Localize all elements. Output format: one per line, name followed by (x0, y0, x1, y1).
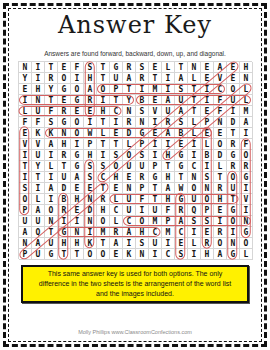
answer-key-page: Answer Key Answers are found forward, ba… (0, 0, 270, 350)
grid-cell: U (123, 194, 136, 205)
grid-cell: M (97, 227, 110, 238)
grid-cell: L (240, 249, 253, 260)
grid-cell: C (123, 216, 136, 227)
grid-cell: P (136, 183, 149, 194)
grid-cell: S (136, 150, 149, 161)
grid-cell: G (240, 172, 253, 183)
grid-cell: R (84, 95, 97, 106)
grid-cell: P (201, 205, 214, 216)
grid-cell: O (214, 139, 227, 150)
grid-cell: I (71, 216, 84, 227)
grid-cell: S (84, 172, 97, 183)
grid-cell: R (214, 227, 227, 238)
grid-cell: O (71, 84, 84, 95)
grid-cell: K (45, 128, 58, 139)
grid-cell: M (162, 227, 175, 238)
grid-cell: I (240, 183, 253, 194)
grid-cell: I (162, 238, 175, 249)
grid-cell: I (19, 95, 32, 106)
grid-cell: N (214, 117, 227, 128)
grid-cell: F (45, 106, 58, 117)
grid-cell: B (58, 194, 71, 205)
grid-cell: G (175, 150, 188, 161)
grid-cell: M (240, 106, 253, 117)
grid-cell: O (84, 249, 97, 260)
grid-cell: L (162, 62, 175, 73)
grid-cell: I (149, 150, 162, 161)
grid-cell: T (45, 62, 58, 73)
grid-cell: P (149, 161, 162, 172)
page-title: Answer Key (0, 11, 270, 39)
grid-cell: N (84, 216, 97, 227)
grid-cell: U (32, 216, 45, 227)
grid-cell: S (136, 238, 149, 249)
grid-cell: Y (19, 73, 32, 84)
word-search-grid: NITEFSTGRSELTNEAEHYIROIHTUARTIALEVENEHYG… (18, 61, 252, 259)
grid-cell: T (19, 161, 32, 172)
grid-cell: B (175, 128, 188, 139)
grid-cell: H (162, 172, 175, 183)
grid-cell: O (110, 161, 123, 172)
subtitle-directions: Answers are found forward, backward, dow… (0, 50, 270, 57)
grid-cell: R (58, 205, 71, 216)
grid-cell: V (240, 194, 253, 205)
grid-cell: R (58, 106, 71, 117)
grid-cell: E (71, 183, 84, 194)
grid-cell: T (149, 194, 162, 205)
grid-cell: T (58, 161, 71, 172)
grid-cell: I (45, 172, 58, 183)
grid-cell: L (110, 194, 123, 205)
grid-cell: G (240, 227, 253, 238)
grid-cell: D (123, 128, 136, 139)
grid-cell: Q (32, 227, 45, 238)
grid-cell: N (123, 106, 136, 117)
grid-cell: I (32, 62, 45, 73)
grid-cell: A (214, 249, 227, 260)
grid-cell: G (71, 150, 84, 161)
grid-cell: E (201, 62, 214, 73)
grid-cell: Q (188, 205, 201, 216)
grid-cell: S (175, 249, 188, 260)
grid-cell: I (214, 216, 227, 227)
grid-cell: C (214, 84, 227, 95)
grid-cell: H (71, 238, 84, 249)
grid-cell: I (162, 73, 175, 84)
grid-cell: I (19, 172, 32, 183)
grid-cell: A (84, 84, 97, 95)
grid-cell: H (97, 205, 110, 216)
grid-cell: O (201, 194, 214, 205)
grid-cell: O (58, 73, 71, 84)
grid-cell: A (110, 238, 123, 249)
grid-cell: U (175, 95, 188, 106)
grid-cell: O (227, 216, 240, 227)
grid-cell: I (201, 161, 214, 172)
grid-cell: Y (45, 84, 58, 95)
grid-cell: F (136, 194, 149, 205)
grid-cell: B (201, 150, 214, 161)
grid-cell: G (136, 128, 149, 139)
grid-cell: P (110, 84, 123, 95)
grid-cell: C (162, 249, 175, 260)
grid-cell: L (201, 139, 214, 150)
grid-cell: U (123, 161, 136, 172)
grid-cell: T (123, 84, 136, 95)
grid-cell: T (188, 84, 201, 95)
grid-cell: I (71, 139, 84, 150)
grid-cell: V (149, 106, 162, 117)
grid-cell: I (19, 150, 32, 161)
grid-cell: G (58, 84, 71, 95)
grid-cell: U (188, 194, 201, 205)
grid-cell: E (175, 139, 188, 150)
grid-cell: P (136, 139, 149, 150)
grid-cell: G (227, 249, 240, 260)
grid-cell: F (71, 62, 84, 73)
grid-cell: D (227, 117, 240, 128)
grid-cell: I (201, 95, 214, 106)
grid-cell: E (201, 128, 214, 139)
grid-cell: F (240, 139, 253, 150)
grid-cell: L (32, 194, 45, 205)
grid-cell: S (84, 161, 97, 172)
grid-cell: L (240, 84, 253, 95)
grid-cell: O (97, 216, 110, 227)
grid-cell: A (123, 73, 136, 84)
grid-cell: I (45, 150, 58, 161)
grid-cell: A (45, 183, 58, 194)
grid-cell: E (227, 73, 240, 84)
grid-cell: I (162, 84, 175, 95)
grid-cell: E (149, 128, 162, 139)
grid-cell: N (136, 249, 149, 260)
grid-cell: H (32, 84, 45, 95)
grid-cell: U (32, 150, 45, 161)
grid-cell: N (84, 194, 97, 205)
grid-cell: L (123, 139, 136, 150)
grid-cell: T (149, 73, 162, 84)
grid-cell: E (58, 95, 71, 106)
grid-cell: T (175, 62, 188, 73)
grid-cell: R (123, 117, 136, 128)
grid-cell: T (97, 238, 110, 249)
grid-cell: T (162, 161, 175, 172)
grid-cell: O (188, 183, 201, 194)
grid-cell: I (188, 150, 201, 161)
grid-cell: L (214, 161, 227, 172)
grid-cell: A (214, 62, 227, 73)
grid-cell: E (58, 62, 71, 73)
grid-cell: C (110, 106, 123, 117)
grid-cell: D (84, 205, 97, 216)
note-box: This same answer key is used for both op… (21, 265, 249, 303)
grid-cell: T (97, 183, 110, 194)
grid-cell: O (71, 128, 84, 139)
grid-cell: R (175, 205, 188, 216)
grid-cell: C (149, 227, 162, 238)
grid-cell: U (45, 238, 58, 249)
grid-cell: N (240, 73, 253, 84)
grid-cell: I (71, 73, 84, 84)
grid-cell: R (123, 62, 136, 73)
grid-cell: V (214, 73, 227, 84)
grid-cell: R (136, 73, 149, 84)
grid-cell: P (19, 205, 32, 216)
grid-cell: E (201, 106, 214, 117)
note-text: This same answer key is used for both op… (33, 269, 237, 298)
grid-cell: L (188, 238, 201, 249)
grid-cell: U (162, 106, 175, 117)
grid-cell: A (162, 128, 175, 139)
grid-cell: W (175, 183, 188, 194)
grid-cell: R (240, 161, 253, 172)
grid-cell: U (123, 205, 136, 216)
grid-cell: O (97, 249, 110, 260)
grid-cell: E (19, 128, 32, 139)
grid-cell: A (175, 73, 188, 84)
grid-cell: G (58, 117, 71, 128)
grid-cell: S (201, 172, 214, 183)
grid-cell: N (19, 62, 32, 73)
grid-cell: H (58, 238, 71, 249)
grid-cell: S (175, 84, 188, 95)
grid-cell: O (71, 117, 84, 128)
grid-cell: R (227, 139, 240, 150)
grid-cell: N (227, 238, 240, 249)
grid-cell: I (110, 117, 123, 128)
grid-cell: L (19, 106, 32, 117)
grid-cell: O (227, 84, 240, 95)
grid-cell: S (110, 150, 123, 161)
grid-cell: V (19, 139, 32, 150)
grid-cell: G (58, 227, 71, 238)
grid-cell: A (45, 139, 58, 150)
grid-cell: S (136, 106, 149, 117)
grid-cell: A (71, 172, 84, 183)
grid-cell: I (162, 139, 175, 150)
grid-cell: L (188, 128, 201, 139)
grid-cell: T (97, 62, 110, 73)
grid-cell: E (149, 95, 162, 106)
grid-cell: H (84, 150, 97, 161)
grid-cell: A (32, 205, 45, 216)
word-search-area: NITEFSTGRSELTNEAEHYIROIHTUARTIALEVENEHYG… (18, 61, 252, 259)
grid-cell: A (175, 106, 188, 117)
grid-cell: H (214, 194, 227, 205)
grid-cell: U (227, 183, 240, 194)
grid-cell: L (45, 161, 58, 172)
grid-cell: N (32, 95, 45, 106)
grid-cell: E (110, 128, 123, 139)
grid-cell: S (201, 216, 214, 227)
grid-cell: N (123, 183, 136, 194)
grid-cell: O (97, 84, 110, 95)
grid-cell: D (214, 150, 227, 161)
grid-cell: U (58, 172, 71, 183)
grid-cell: T (45, 227, 58, 238)
grid-cell: T (71, 249, 84, 260)
grid-cell: R (227, 161, 240, 172)
grid-cell: T (188, 95, 201, 106)
grid-cell: R (136, 172, 149, 183)
grid-cell: G (45, 249, 58, 260)
grid-cell: H (58, 139, 71, 150)
grid-cell: I (136, 205, 149, 216)
grid-cell: C (188, 161, 201, 172)
grid-cell: O (227, 172, 240, 183)
grid-cell: L (240, 95, 253, 106)
grid-cell: I (45, 194, 58, 205)
grid-cell: E (175, 238, 188, 249)
grid-cell: I (149, 249, 162, 260)
grid-cell: K (84, 238, 97, 249)
grid-cell: E (214, 205, 227, 216)
grid-cell: H (136, 227, 149, 238)
grid-cell: I (188, 139, 201, 150)
grid-cell: G (71, 161, 84, 172)
grid-cell: U (149, 205, 162, 216)
grid-cell: S (97, 161, 110, 172)
grid-cell: I (188, 249, 201, 260)
grid-cell: T (188, 106, 201, 117)
grid-cell: Y (32, 161, 45, 172)
grid-cell: S (175, 117, 188, 128)
grid-cell: H (84, 73, 97, 84)
grid-cell: N (45, 216, 58, 227)
grid-cell: I (149, 139, 162, 150)
grid-cell: I (136, 84, 149, 95)
grid-cell: U (110, 73, 123, 84)
grid-cell: R (214, 183, 227, 194)
grid-cell: C (97, 172, 110, 183)
grid-cell: R (201, 238, 214, 249)
grid-cell: T (110, 95, 123, 106)
grid-cell: T (227, 194, 240, 205)
grid-cell: M (149, 216, 162, 227)
grid-cell: T (97, 73, 110, 84)
grid-cell: I (32, 73, 45, 84)
grid-cell: I (227, 227, 240, 238)
grid-cell: E (84, 106, 97, 117)
grid-cell: H (240, 62, 253, 73)
grid-cell: N (201, 183, 214, 194)
grid-cell: I (188, 227, 201, 238)
grid-cell: I (58, 216, 71, 227)
grid-cell: I (201, 84, 214, 95)
grid-cell: N (136, 117, 149, 128)
grid-cell: O (19, 194, 32, 205)
grid-cell: G (227, 150, 240, 161)
grid-cell: E (110, 249, 123, 260)
grid-cell: U (32, 249, 45, 260)
grid-cell: E (71, 205, 84, 216)
grid-cell: N (58, 128, 71, 139)
grid-cell: R (58, 150, 71, 161)
grid-cell: U (227, 95, 240, 106)
grid-cell: U (136, 161, 149, 172)
grid-cell: I (32, 183, 45, 194)
grid-cell: I (97, 150, 110, 161)
grid-cell: L (188, 73, 201, 84)
footer-credit: Molly Phillips www.ClassroomConfections.… (0, 329, 270, 335)
grid-cell: S (45, 117, 58, 128)
grid-cell: E (214, 128, 227, 139)
grid-cell: N (188, 172, 201, 183)
grid-cell: N (188, 62, 201, 73)
grid-cell: A (162, 183, 175, 194)
grid-cell: H (110, 172, 123, 183)
grid-cell: I (240, 205, 253, 216)
grid-cell: R (110, 227, 123, 238)
grid-cell: A (240, 117, 253, 128)
grid-cell: S (84, 62, 97, 73)
grid-cell: K (32, 128, 45, 139)
grid-cell: H (162, 150, 175, 161)
grid-cell: I (84, 117, 97, 128)
grid-cell: E (227, 62, 240, 73)
grid-cell: U (32, 106, 45, 117)
grid-cell: T (97, 139, 110, 150)
grid-cell: O (123, 150, 136, 161)
grid-cell: G (175, 161, 188, 172)
grid-cell: I (84, 227, 97, 238)
grid-cell: S (136, 62, 149, 73)
grid-cell: T (58, 249, 71, 260)
grid-cell: S (19, 183, 32, 194)
grid-cell: O (214, 238, 227, 249)
grid-cell: E (110, 183, 123, 194)
grid-cell: I (97, 95, 110, 106)
grid-cell: O (240, 150, 253, 161)
grid-cell: A (175, 216, 188, 227)
grid-cell: H (162, 194, 175, 205)
grid-cell: A (123, 227, 136, 238)
grid-cell: N (71, 227, 84, 238)
grid-cell: G (227, 205, 240, 216)
grid-cell: G (149, 172, 162, 183)
grid-cell: V (32, 139, 45, 150)
grid-cell: G (110, 62, 123, 73)
grid-cell: S (188, 216, 201, 227)
grid-cell: L (188, 117, 201, 128)
grid-cell: C (175, 227, 188, 238)
grid-cell: A (162, 95, 175, 106)
grid-cell: P (162, 216, 175, 227)
grid-cell: T (175, 172, 188, 183)
grid-cell: K (123, 249, 136, 260)
grid-cell: A (19, 227, 32, 238)
grid-cell: E (19, 84, 32, 95)
grid-cell: O (136, 216, 149, 227)
grid-cell: T (32, 172, 45, 183)
grid-cell: T (227, 128, 240, 139)
grid-cell: E (201, 227, 214, 238)
grid-cell: E (201, 73, 214, 84)
grid-cell: E (84, 183, 97, 194)
grid-cell: T (149, 183, 162, 194)
grid-cell: R (162, 117, 175, 128)
grid-cell: P (19, 249, 32, 260)
grid-cell: C (110, 205, 123, 216)
grid-cell: G (71, 95, 84, 106)
grid-cell: U (19, 216, 32, 227)
grid-cell: F (214, 106, 227, 117)
grid-cell: R (97, 194, 110, 205)
grid-cell: G (175, 194, 188, 205)
grid-cell: E (123, 172, 136, 183)
grid-cell: Y (123, 95, 136, 106)
